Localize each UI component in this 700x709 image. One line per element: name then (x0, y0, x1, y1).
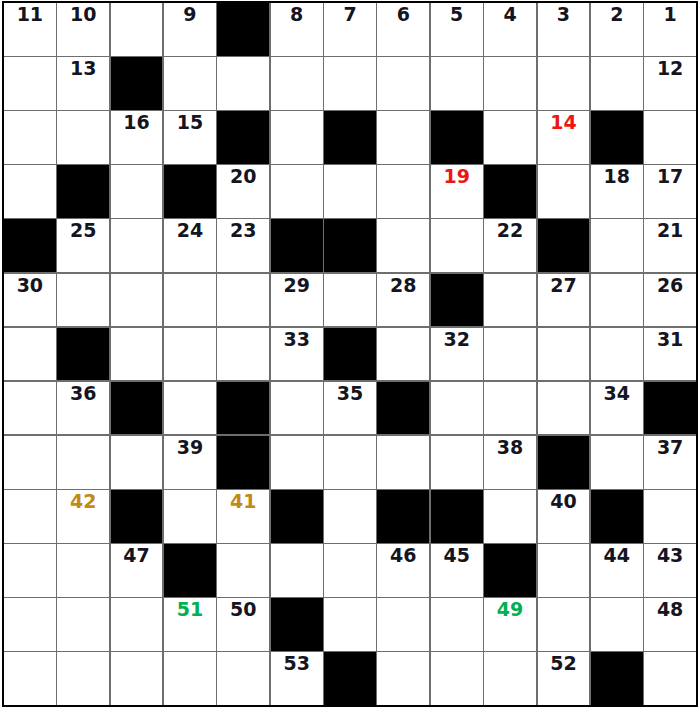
white-cell[interactable] (4, 598, 56, 651)
white-cell[interactable]: 12 (644, 57, 696, 110)
white-cell[interactable]: 52 (538, 652, 590, 705)
white-cell[interactable]: 22 (484, 219, 536, 272)
white-cell[interactable] (164, 652, 216, 705)
black-cell (111, 382, 163, 435)
white-cell[interactable]: 15 (164, 111, 216, 164)
clue-number: 39 (177, 438, 203, 458)
white-cell[interactable] (377, 57, 429, 110)
clue-number: 43 (657, 546, 683, 566)
black-cell (484, 544, 536, 597)
white-cell[interactable]: 32 (431, 328, 483, 381)
clue-number: 8 (290, 5, 303, 25)
clue-number: 28 (390, 276, 416, 296)
clue-number: 47 (123, 546, 149, 566)
clue-number: 10 (70, 5, 96, 25)
white-cell[interactable] (484, 328, 536, 381)
white-cell[interactable] (591, 219, 643, 272)
black-cell (164, 165, 216, 218)
white-cell[interactable]: 33 (271, 328, 323, 381)
white-cell[interactable]: 17 (644, 165, 696, 218)
white-cell[interactable]: 42 (57, 490, 109, 543)
black-cell (4, 219, 56, 272)
white-cell[interactable] (431, 219, 483, 272)
white-cell[interactable] (591, 274, 643, 327)
white-cell[interactable]: 53 (271, 652, 323, 705)
black-cell (271, 219, 323, 272)
white-cell[interactable] (271, 436, 323, 489)
white-cell[interactable]: 38 (484, 436, 536, 489)
crossword-page: 1110987654321131216151420191817252423222… (0, 0, 700, 709)
black-cell (271, 490, 323, 543)
white-cell[interactable] (377, 165, 429, 218)
white-cell[interactable]: 8 (271, 3, 323, 56)
white-cell[interactable]: 43 (644, 544, 696, 597)
white-cell[interactable]: 40 (538, 490, 590, 543)
black-cell (431, 111, 483, 164)
black-cell (164, 544, 216, 597)
black-cell (217, 111, 269, 164)
white-cell[interactable] (538, 165, 590, 218)
white-cell[interactable] (111, 274, 163, 327)
white-cell[interactable]: 4 (484, 3, 536, 56)
white-cell[interactable] (431, 57, 483, 110)
black-cell (484, 165, 536, 218)
white-cell[interactable] (324, 57, 376, 110)
white-cell[interactable]: 41 (217, 490, 269, 543)
clue-number: 30 (17, 276, 43, 296)
white-cell[interactable]: 23 (217, 219, 269, 272)
clue-number: 2 (610, 5, 623, 25)
black-cell (111, 57, 163, 110)
white-cell[interactable]: 30 (4, 274, 56, 327)
white-cell[interactable]: 26 (644, 274, 696, 327)
white-cell[interactable] (4, 57, 56, 110)
white-cell[interactable]: 45 (431, 544, 483, 597)
clue-number: 36 (70, 384, 96, 404)
white-cell[interactable] (538, 382, 590, 435)
white-cell[interactable] (324, 598, 376, 651)
clue-number: 20 (230, 167, 256, 187)
clue-number: 7 (343, 5, 356, 25)
white-cell[interactable] (271, 544, 323, 597)
black-cell (57, 328, 109, 381)
white-cell[interactable] (111, 165, 163, 218)
white-cell[interactable]: 20 (217, 165, 269, 218)
white-cell[interactable] (217, 328, 269, 381)
white-cell[interactable]: 29 (271, 274, 323, 327)
black-cell (538, 436, 590, 489)
clue-number: 37 (657, 438, 683, 458)
white-cell[interactable] (111, 3, 163, 56)
white-cell[interactable]: 6 (377, 3, 429, 56)
black-cell (111, 490, 163, 543)
clue-number: 19 (443, 167, 469, 187)
white-cell[interactable] (57, 598, 109, 651)
white-cell[interactable] (217, 57, 269, 110)
white-cell[interactable] (484, 57, 536, 110)
white-cell[interactable] (591, 598, 643, 651)
clue-number: 3 (557, 5, 570, 25)
clue-number: 24 (177, 221, 203, 241)
white-cell[interactable]: 48 (644, 598, 696, 651)
white-cell[interactable] (324, 544, 376, 597)
white-cell[interactable] (538, 598, 590, 651)
clue-number: 29 (283, 276, 309, 296)
white-cell[interactable] (271, 165, 323, 218)
black-cell (591, 490, 643, 543)
clue-number: 31 (657, 330, 683, 350)
white-cell[interactable] (324, 490, 376, 543)
black-cell (377, 382, 429, 435)
black-cell (324, 219, 376, 272)
white-cell[interactable] (4, 328, 56, 381)
white-cell[interactable] (484, 382, 536, 435)
white-cell[interactable] (164, 490, 216, 543)
white-cell[interactable]: 35 (324, 382, 376, 435)
black-cell (431, 490, 483, 543)
clue-number: 21 (657, 221, 683, 241)
white-cell[interactable]: 7 (324, 3, 376, 56)
white-cell[interactable]: 9 (164, 3, 216, 56)
black-cell (271, 598, 323, 651)
white-cell[interactable] (4, 490, 56, 543)
white-cell[interactable]: 51 (164, 598, 216, 651)
white-cell[interactable]: 44 (591, 544, 643, 597)
black-cell (591, 111, 643, 164)
white-cell[interactable] (111, 219, 163, 272)
white-cell[interactable] (324, 165, 376, 218)
clue-number: 25 (70, 221, 96, 241)
white-cell[interactable] (591, 57, 643, 110)
white-cell[interactable] (217, 274, 269, 327)
white-cell[interactable]: 10 (57, 3, 109, 56)
white-cell[interactable]: 1 (644, 3, 696, 56)
white-cell[interactable]: 34 (591, 382, 643, 435)
clue-number: 23 (230, 221, 256, 241)
white-cell[interactable] (377, 219, 429, 272)
white-cell[interactable] (164, 328, 216, 381)
white-cell[interactable]: 37 (644, 436, 696, 489)
clue-number: 52 (550, 654, 576, 674)
white-cell[interactable]: 39 (164, 436, 216, 489)
white-cell[interactable] (217, 652, 269, 705)
clue-number: 6 (397, 5, 410, 25)
clue-number: 33 (283, 330, 309, 350)
white-cell[interactable]: 49 (484, 598, 536, 651)
white-cell[interactable] (538, 57, 590, 110)
white-cell[interactable]: 2 (591, 3, 643, 56)
clue-number: 40 (550, 492, 576, 512)
white-cell[interactable]: 14 (538, 111, 590, 164)
white-cell[interactable]: 31 (644, 328, 696, 381)
white-cell[interactable]: 24 (164, 219, 216, 272)
clue-number: 9 (183, 5, 196, 25)
black-cell (591, 652, 643, 705)
black-cell (431, 274, 483, 327)
white-cell[interactable] (271, 57, 323, 110)
black-cell (57, 165, 109, 218)
white-cell[interactable] (57, 111, 109, 164)
white-cell[interactable]: 16 (111, 111, 163, 164)
white-cell[interactable] (484, 490, 536, 543)
white-cell[interactable] (324, 274, 376, 327)
white-cell[interactable]: 3 (538, 3, 590, 56)
black-cell (324, 652, 376, 705)
white-cell[interactable] (217, 544, 269, 597)
white-cell[interactable] (4, 111, 56, 164)
black-cell (644, 382, 696, 435)
clue-number: 5 (450, 5, 463, 25)
white-cell[interactable] (271, 382, 323, 435)
black-cell (217, 382, 269, 435)
white-cell[interactable]: 13 (57, 57, 109, 110)
white-cell[interactable] (57, 436, 109, 489)
crossword-board: 1110987654321131216151420191817252423222… (2, 1, 698, 707)
white-cell[interactable] (164, 57, 216, 110)
clue-number: 50 (230, 600, 256, 620)
clue-number: 4 (503, 5, 516, 25)
white-cell[interactable] (484, 274, 536, 327)
white-cell[interactable] (377, 111, 429, 164)
clue-number: 34 (604, 384, 630, 404)
black-cell (324, 328, 376, 381)
black-cell (324, 111, 376, 164)
white-cell[interactable] (591, 436, 643, 489)
white-cell[interactable] (431, 598, 483, 651)
clue-number: 53 (283, 654, 309, 674)
white-cell[interactable] (377, 436, 429, 489)
white-cell[interactable] (111, 598, 163, 651)
white-cell[interactable] (644, 111, 696, 164)
white-cell[interactable] (4, 652, 56, 705)
white-cell[interactable] (111, 652, 163, 705)
white-cell[interactable]: 11 (4, 3, 56, 56)
white-cell[interactable] (4, 382, 56, 435)
white-cell[interactable] (164, 382, 216, 435)
white-cell[interactable] (484, 652, 536, 705)
clue-number: 22 (497, 221, 523, 241)
clue-number: 12 (657, 59, 683, 79)
clue-number: 32 (443, 330, 469, 350)
clue-number: 18 (604, 167, 630, 187)
white-cell[interactable]: 19 (431, 165, 483, 218)
clue-number: 49 (497, 600, 523, 620)
white-cell[interactable] (57, 544, 109, 597)
white-cell[interactable] (538, 544, 590, 597)
clue-number: 38 (497, 438, 523, 458)
clue-number: 26 (657, 276, 683, 296)
white-cell[interactable]: 46 (377, 544, 429, 597)
white-cell[interactable] (431, 652, 483, 705)
clue-number: 46 (390, 546, 416, 566)
clue-number: 27 (550, 276, 576, 296)
white-cell[interactable] (484, 111, 536, 164)
clue-number: 14 (550, 113, 576, 133)
clue-number: 35 (337, 384, 363, 404)
white-cell[interactable]: 47 (111, 544, 163, 597)
clue-number: 48 (657, 600, 683, 620)
clue-number: 41 (230, 492, 256, 512)
white-cell[interactable] (164, 274, 216, 327)
white-cell[interactable] (431, 436, 483, 489)
white-cell[interactable]: 25 (57, 219, 109, 272)
white-cell[interactable]: 18 (591, 165, 643, 218)
clue-number: 45 (443, 546, 469, 566)
white-cell[interactable]: 27 (538, 274, 590, 327)
white-cell[interactable] (271, 111, 323, 164)
white-cell[interactable]: 28 (377, 274, 429, 327)
white-cell[interactable]: 50 (217, 598, 269, 651)
black-cell (377, 490, 429, 543)
clue-number: 17 (657, 167, 683, 187)
clue-number: 16 (123, 113, 149, 133)
white-cell[interactable] (644, 490, 696, 543)
white-cell[interactable]: 5 (431, 3, 483, 56)
white-cell[interactable]: 36 (57, 382, 109, 435)
white-cell[interactable] (4, 436, 56, 489)
white-cell[interactable]: 21 (644, 219, 696, 272)
black-cell (217, 436, 269, 489)
white-cell[interactable] (4, 544, 56, 597)
clue-number: 11 (17, 5, 43, 25)
clue-number: 15 (177, 113, 203, 133)
clue-number: 1 (664, 5, 677, 25)
white-cell[interactable] (377, 598, 429, 651)
white-cell[interactable] (377, 328, 429, 381)
white-cell[interactable] (324, 436, 376, 489)
white-cell[interactable] (111, 328, 163, 381)
white-cell[interactable] (4, 165, 56, 218)
black-cell (538, 219, 590, 272)
white-cell[interactable] (111, 436, 163, 489)
clue-number: 44 (604, 546, 630, 566)
white-cell[interactable] (57, 652, 109, 705)
clue-number: 13 (70, 59, 96, 79)
black-cell (217, 3, 269, 56)
white-cell[interactable] (644, 652, 696, 705)
clue-number: 51 (177, 600, 203, 620)
white-cell[interactable] (57, 274, 109, 327)
clue-number: 42 (70, 492, 96, 512)
white-cell[interactable] (377, 652, 429, 705)
white-cell[interactable] (538, 328, 590, 381)
white-cell[interactable] (431, 382, 483, 435)
white-cell[interactable] (591, 328, 643, 381)
